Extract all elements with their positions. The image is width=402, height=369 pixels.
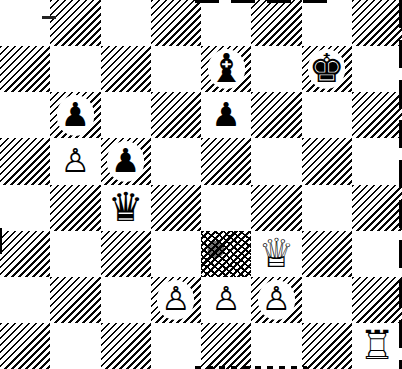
border-artifact-top — [195, 0, 335, 3]
square-e7: ♝ — [201, 46, 251, 92]
square-c7 — [101, 46, 151, 92]
square-b1 — [50, 323, 100, 369]
square-e4 — [201, 185, 251, 231]
square-a1 — [0, 323, 50, 369]
square-e6: ♟ — [201, 92, 251, 138]
square-d2: ♙ — [151, 277, 201, 323]
square-h6 — [352, 92, 402, 138]
chess-board: ♝♚♟♟♙♟♛♕♙♙♙♖ — [0, 0, 402, 369]
square-c3 — [101, 231, 151, 277]
square-d8 — [151, 0, 201, 46]
square-h7 — [352, 46, 402, 92]
black-pawn: ♟ — [111, 144, 141, 177]
square-f1 — [251, 323, 301, 369]
white-rook: ♖ — [359, 325, 395, 365]
black-bishop: ♝ — [208, 48, 244, 88]
square-g1 — [302, 323, 352, 369]
square-g5 — [302, 138, 352, 184]
white-pawn: ♙ — [161, 282, 191, 315]
square-e8 — [201, 0, 251, 46]
square-g4 — [302, 185, 352, 231]
square-b2 — [50, 277, 100, 323]
square-a2 — [0, 277, 50, 323]
square-e1 — [201, 323, 251, 369]
square-b5: ♙ — [50, 138, 100, 184]
white-pawn: ♙ — [61, 144, 91, 177]
square-f2: ♙ — [251, 277, 301, 323]
square-e3 — [201, 231, 251, 277]
white-pawn: ♙ — [262, 282, 292, 315]
square-c6 — [101, 92, 151, 138]
square-c8 — [101, 0, 151, 46]
square-a3 — [0, 231, 50, 277]
black-pawn: ♟ — [61, 98, 91, 131]
square-d6 — [151, 92, 201, 138]
square-d1 — [151, 323, 201, 369]
square-a6 — [0, 92, 50, 138]
square-c5: ♟ — [101, 138, 151, 184]
square-h3 — [352, 231, 402, 277]
square-f4 — [251, 185, 301, 231]
chess-diagram: ♝♚♟♟♙♟♛♕♙♙♙♖ — [0, 0, 402, 369]
square-h5 — [352, 138, 402, 184]
square-d3 — [151, 231, 201, 277]
square-g7: ♚ — [302, 46, 352, 92]
black-pawn: ♟ — [211, 98, 241, 131]
white-queen: ♕ — [258, 233, 294, 273]
border-artifact-mark — [42, 16, 56, 19]
square-f5 — [251, 138, 301, 184]
square-g2 — [302, 277, 352, 323]
square-g3 — [302, 231, 352, 277]
square-a4 — [0, 185, 50, 231]
square-h8 — [352, 0, 402, 46]
square-e5 — [201, 138, 251, 184]
square-b8 — [50, 0, 100, 46]
square-c1 — [101, 323, 151, 369]
square-a8 — [0, 0, 50, 46]
square-f8 — [251, 0, 301, 46]
square-h2 — [352, 277, 402, 323]
square-c4: ♛ — [101, 185, 151, 231]
square-b6: ♟ — [50, 92, 100, 138]
square-d5 — [151, 138, 201, 184]
square-d4 — [151, 185, 201, 231]
square-g6 — [302, 92, 352, 138]
square-f6 — [251, 92, 301, 138]
square-b3 — [50, 231, 100, 277]
border-artifact-left — [0, 228, 2, 254]
square-a7 — [0, 46, 50, 92]
white-pawn: ♙ — [211, 282, 241, 315]
square-f7 — [251, 46, 301, 92]
square-h1: ♖ — [352, 323, 402, 369]
black-king: ♚ — [309, 48, 345, 88]
square-h4 — [352, 185, 402, 231]
square-g8 — [302, 0, 352, 46]
square-f3: ♕ — [251, 231, 301, 277]
square-e2: ♙ — [201, 277, 251, 323]
square-c2 — [101, 277, 151, 323]
black-queen: ♛ — [108, 187, 144, 227]
square-d7 — [151, 46, 201, 92]
square-a5 — [0, 138, 50, 184]
square-b4 — [50, 185, 100, 231]
square-b7 — [50, 46, 100, 92]
